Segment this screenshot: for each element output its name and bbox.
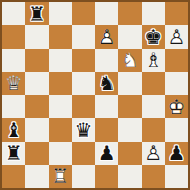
square-g6[interactable]: ♝♗ bbox=[142, 49, 165, 72]
knight-glyph: ♞ bbox=[95, 72, 118, 95]
square-d6[interactable] bbox=[72, 49, 95, 72]
square-g8[interactable] bbox=[142, 2, 165, 25]
bishop-glyph-outline: ♗ bbox=[142, 49, 165, 72]
square-d8[interactable] bbox=[72, 2, 95, 25]
square-g1[interactable] bbox=[142, 165, 165, 188]
square-b7[interactable] bbox=[25, 25, 48, 48]
rook-glyph: ♜ bbox=[25, 2, 48, 25]
knight-glyph-outline: ♘ bbox=[118, 49, 141, 72]
piece-white-bishop: ♝♗ bbox=[142, 49, 165, 72]
square-d3[interactable]: ♛ bbox=[72, 118, 95, 141]
rook-glyph: ♜ bbox=[2, 142, 25, 165]
square-h6[interactable] bbox=[165, 49, 188, 72]
square-c3[interactable] bbox=[49, 118, 72, 141]
queen-glyph-outline: ♕ bbox=[2, 72, 25, 95]
piece-black-bishop: ♝ bbox=[2, 118, 25, 141]
king-glyph: ♚ bbox=[142, 25, 165, 48]
rook-glyph-outline: ♖ bbox=[49, 165, 72, 188]
square-f2[interactable] bbox=[118, 142, 141, 165]
piece-black-king: ♚ bbox=[142, 25, 165, 48]
queen-glyph: ♛ bbox=[72, 118, 95, 141]
square-h1[interactable] bbox=[165, 165, 188, 188]
square-f8[interactable] bbox=[118, 2, 141, 25]
square-e2[interactable]: ♟ bbox=[95, 142, 118, 165]
square-a7[interactable] bbox=[2, 25, 25, 48]
pawn-glyph: ♟ bbox=[95, 142, 118, 165]
square-b2[interactable] bbox=[25, 142, 48, 165]
square-c1[interactable]: ♜♖ bbox=[49, 165, 72, 188]
piece-white-pawn: ♟♙ bbox=[95, 25, 118, 48]
square-g2[interactable]: ♟♙ bbox=[142, 142, 165, 165]
square-a5[interactable]: ♛♕ bbox=[2, 72, 25, 95]
square-h5[interactable] bbox=[165, 72, 188, 95]
square-h7[interactable]: ♟♙ bbox=[165, 25, 188, 48]
piece-black-queen: ♛ bbox=[72, 118, 95, 141]
pawn-glyph: ♟ bbox=[165, 142, 188, 165]
square-b3[interactable] bbox=[25, 118, 48, 141]
square-d7[interactable] bbox=[72, 25, 95, 48]
pawn-glyph-outline: ♙ bbox=[165, 25, 188, 48]
piece-white-queen: ♛♕ bbox=[2, 72, 25, 95]
square-d1[interactable] bbox=[72, 165, 95, 188]
square-c5[interactable] bbox=[49, 72, 72, 95]
square-d2[interactable] bbox=[72, 142, 95, 165]
bishop-glyph: ♝ bbox=[2, 118, 25, 141]
square-b1[interactable] bbox=[25, 165, 48, 188]
piece-black-pawn: ♟ bbox=[165, 142, 188, 165]
piece-white-rook: ♜♖ bbox=[49, 165, 72, 188]
pawn-glyph-outline: ♙ bbox=[95, 25, 118, 48]
square-e4[interactable] bbox=[95, 95, 118, 118]
square-f1[interactable] bbox=[118, 165, 141, 188]
piece-white-pawn: ♟♙ bbox=[142, 142, 165, 165]
square-b5[interactable] bbox=[25, 72, 48, 95]
square-a1[interactable] bbox=[2, 165, 25, 188]
piece-white-knight: ♞♘ bbox=[118, 49, 141, 72]
pawn-glyph-outline: ♙ bbox=[142, 142, 165, 165]
square-e5[interactable]: ♞ bbox=[95, 72, 118, 95]
square-c7[interactable] bbox=[49, 25, 72, 48]
square-h3[interactable] bbox=[165, 118, 188, 141]
square-f6[interactable]: ♞♘ bbox=[118, 49, 141, 72]
square-e7[interactable]: ♟♙ bbox=[95, 25, 118, 48]
king-glyph-outline: ♔ bbox=[165, 95, 188, 118]
square-e3[interactable] bbox=[95, 118, 118, 141]
square-g7[interactable]: ♚ bbox=[142, 25, 165, 48]
square-a6[interactable] bbox=[2, 49, 25, 72]
square-d5[interactable] bbox=[72, 72, 95, 95]
square-g3[interactable] bbox=[142, 118, 165, 141]
piece-black-pawn: ♟ bbox=[95, 142, 118, 165]
piece-black-rook: ♜ bbox=[25, 2, 48, 25]
square-e1[interactable] bbox=[95, 165, 118, 188]
square-a4[interactable] bbox=[2, 95, 25, 118]
square-c4[interactable] bbox=[49, 95, 72, 118]
chess-board: ♜♟♙♚♟♙♞♘♝♗♛♕♞♚♔♝♛♜♟♟♙♟♜♖ bbox=[0, 0, 190, 190]
square-a3[interactable]: ♝ bbox=[2, 118, 25, 141]
square-f7[interactable] bbox=[118, 25, 141, 48]
square-h2[interactable]: ♟ bbox=[165, 142, 188, 165]
square-e8[interactable] bbox=[95, 2, 118, 25]
square-f5[interactable] bbox=[118, 72, 141, 95]
piece-black-knight: ♞ bbox=[95, 72, 118, 95]
piece-white-king: ♚♔ bbox=[165, 95, 188, 118]
square-c6[interactable] bbox=[49, 49, 72, 72]
piece-black-rook: ♜ bbox=[2, 142, 25, 165]
piece-white-pawn: ♟♙ bbox=[165, 25, 188, 48]
square-f4[interactable] bbox=[118, 95, 141, 118]
square-c2[interactable] bbox=[49, 142, 72, 165]
square-c8[interactable] bbox=[49, 2, 72, 25]
square-h4[interactable]: ♚♔ bbox=[165, 95, 188, 118]
square-e6[interactable] bbox=[95, 49, 118, 72]
square-b8[interactable]: ♜ bbox=[25, 2, 48, 25]
square-h8[interactable] bbox=[165, 2, 188, 25]
square-g4[interactable] bbox=[142, 95, 165, 118]
square-g5[interactable] bbox=[142, 72, 165, 95]
square-d4[interactable] bbox=[72, 95, 95, 118]
square-a2[interactable]: ♜ bbox=[2, 142, 25, 165]
square-a8[interactable] bbox=[2, 2, 25, 25]
square-f3[interactable] bbox=[118, 118, 141, 141]
square-b4[interactable] bbox=[25, 95, 48, 118]
square-b6[interactable] bbox=[25, 49, 48, 72]
